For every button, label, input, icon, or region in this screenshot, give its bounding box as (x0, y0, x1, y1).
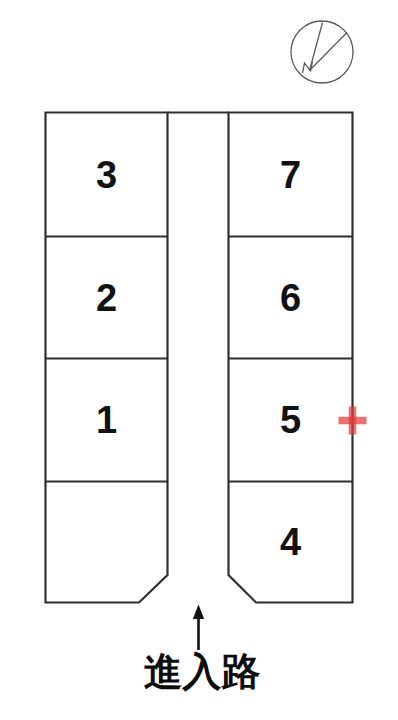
entrance-road-label: 進入路 (144, 650, 261, 693)
red-cross-marker (339, 407, 367, 435)
stall-6-label: 6 (280, 277, 301, 319)
stall-3-label: 3 (96, 154, 117, 196)
diagram-canvas: 3 2 1 7 6 5 4 進入路 (0, 0, 398, 720)
stall-4-label: 4 (280, 521, 301, 563)
compass-north-icon (291, 21, 353, 83)
stall-2-label: 2 (96, 277, 117, 319)
stall-7-label: 7 (280, 154, 301, 196)
parking-diagram: 3 2 1 7 6 5 4 進入路 (0, 0, 398, 720)
stall-1-label: 1 (96, 399, 117, 441)
stall-5-label: 5 (280, 399, 301, 441)
entrance-arrow-icon (193, 605, 204, 651)
